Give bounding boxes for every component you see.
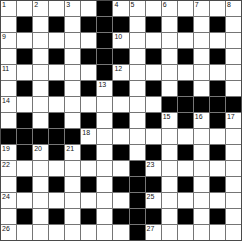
black-cell-r13c9 (146, 209, 161, 224)
black-cell-r5c7 (113, 81, 128, 96)
black-cell-r11c1 (17, 177, 32, 192)
black-cell-r7c7 (113, 113, 128, 128)
clue-number-25: 25 (147, 193, 155, 201)
white-cell-r8c7[interactable] (113, 129, 128, 144)
white-cell-r7c12[interactable]: 16 (194, 113, 209, 128)
white-cell-r10c1[interactable] (17, 161, 32, 176)
white-cell-r13c4[interactable] (65, 209, 80, 224)
white-cell-r14c5[interactable] (81, 225, 96, 240)
white-cell-r6c1[interactable] (17, 97, 32, 112)
clue-number-26: 26 (2, 225, 10, 233)
white-cell-r8c11[interactable] (178, 129, 193, 144)
black-cell-r11c8 (130, 177, 145, 192)
white-cell-r10c10[interactable] (162, 161, 177, 176)
clue-number-14: 14 (2, 97, 10, 105)
white-cell-r1c4[interactable] (65, 17, 80, 32)
black-cell-r11c3 (49, 177, 64, 192)
clue-number-19: 19 (2, 145, 10, 153)
black-cell-r0c6 (97, 1, 112, 16)
white-cell-r13c6[interactable] (97, 209, 112, 224)
clue-number-24: 24 (2, 193, 10, 201)
black-cell-r13c8 (130, 209, 145, 224)
black-cell-r5c11 (178, 81, 193, 96)
white-cell-r11c6[interactable] (97, 177, 112, 192)
black-cell-r3c1 (17, 49, 32, 64)
clue-number-23: 23 (147, 161, 155, 169)
black-cell-r13c13 (210, 209, 225, 224)
black-cell-r6c14 (226, 97, 241, 112)
black-cell-r5c1 (17, 81, 32, 96)
clue-number-21: 21 (66, 145, 74, 153)
white-cell-r8c13[interactable] (210, 129, 225, 144)
white-cell-r9c10[interactable] (162, 145, 177, 160)
white-cell-r12c3[interactable] (49, 193, 64, 208)
white-cell-r5c2[interactable] (33, 81, 48, 96)
clue-number-17: 17 (227, 113, 235, 121)
white-cell-r2c12[interactable] (194, 33, 209, 48)
white-cell-r12c6[interactable] (97, 193, 112, 208)
black-cell-r3c9 (146, 49, 161, 64)
white-cell-r8c5[interactable]: 18 (81, 129, 96, 144)
white-cell-r4c10[interactable] (162, 65, 177, 80)
white-cell-r11c4[interactable] (65, 177, 80, 192)
white-cell-r4c5[interactable] (81, 65, 96, 80)
black-cell-r1c6 (97, 17, 112, 32)
white-cell-r2c10[interactable] (162, 33, 177, 48)
black-cell-r6c12 (194, 97, 209, 112)
white-cell-r3c2[interactable] (33, 49, 48, 64)
white-cell-r10c7[interactable] (113, 161, 128, 176)
white-cell-r6c6[interactable] (97, 97, 112, 112)
white-cell-r8c6[interactable] (97, 129, 112, 144)
white-cell-r6c5[interactable] (81, 97, 96, 112)
white-cell-r9c12[interactable] (194, 145, 209, 160)
white-cell-r1c10[interactable] (162, 17, 177, 32)
black-cell-r13c7 (113, 209, 128, 224)
white-cell-r14c1[interactable] (17, 225, 32, 240)
white-cell-r5c4[interactable] (65, 81, 80, 96)
clue-number-27: 27 (147, 225, 155, 233)
white-cell-r14c2[interactable] (33, 225, 48, 240)
white-cell-r12c9[interactable]: 25 (146, 193, 161, 208)
black-cell-r9c5 (81, 145, 96, 160)
black-cell-r9c11 (178, 145, 193, 160)
clue-number-18: 18 (82, 129, 90, 137)
white-cell-r2c5[interactable] (81, 33, 96, 48)
white-cell-r0c2[interactable]: 2 (33, 1, 48, 16)
white-cell-r14c0[interactable]: 26 (1, 225, 16, 240)
clue-number-12: 12 (114, 65, 122, 73)
white-cell-r13c14[interactable] (226, 209, 241, 224)
white-cell-r12c1[interactable] (17, 193, 32, 208)
white-cell-r8c9[interactable] (146, 129, 161, 144)
black-cell-r5c5 (81, 81, 96, 96)
white-cell-r4c11[interactable] (178, 65, 193, 80)
white-cell-r0c12[interactable]: 7 (194, 1, 209, 16)
clue-number-5: 5 (131, 1, 135, 9)
black-cell-r4c6 (97, 65, 112, 80)
white-cell-r10c3[interactable] (49, 161, 64, 176)
black-cell-r13c11 (178, 209, 193, 224)
black-cell-r9c13 (210, 145, 225, 160)
white-cell-r14c11[interactable] (178, 225, 193, 240)
white-cell-r3c10[interactable] (162, 49, 177, 64)
white-cell-r8c8[interactable] (130, 129, 145, 144)
white-cell-r14c3[interactable] (49, 225, 64, 240)
white-cell-r5c14[interactable] (226, 81, 241, 96)
black-cell-r3c11 (178, 49, 193, 64)
white-cell-r1c14[interactable] (226, 17, 241, 32)
black-cell-r7c5 (81, 113, 96, 128)
clue-number-2: 2 (34, 1, 38, 9)
white-cell-r4c14[interactable] (226, 65, 241, 80)
black-cell-r10c8 (130, 161, 145, 176)
black-cell-r3c3 (49, 49, 64, 64)
white-cell-r5c8[interactable] (130, 81, 145, 96)
white-cell-r10c4[interactable] (65, 161, 80, 176)
black-cell-r9c1 (17, 145, 32, 160)
white-cell-r2c11[interactable] (178, 33, 193, 48)
white-cell-r0c11[interactable] (178, 1, 193, 16)
white-cell-r7c6[interactable] (97, 113, 112, 128)
white-cell-r0c7[interactable]: 4 (113, 1, 128, 16)
white-cell-r10c11[interactable] (178, 161, 193, 176)
black-cell-r11c9 (146, 177, 161, 192)
white-cell-r12c7[interactable] (113, 193, 128, 208)
white-cell-r3c4[interactable] (65, 49, 80, 64)
white-cell-r12c10[interactable] (162, 193, 177, 208)
white-cell-r4c0[interactable]: 11 (1, 65, 16, 80)
white-cell-r12c12[interactable] (194, 193, 209, 208)
white-cell-r0c8[interactable]: 5 (130, 1, 145, 16)
black-cell-r11c5 (81, 177, 96, 192)
black-cell-r3c7 (113, 49, 128, 64)
white-cell-r7c4[interactable] (65, 113, 80, 128)
black-cell-r1c11 (178, 17, 193, 32)
clue-number-7: 7 (195, 1, 199, 9)
black-cell-r6c13 (210, 97, 225, 112)
black-cell-r5c9 (146, 81, 161, 96)
white-cell-r11c14[interactable] (226, 177, 241, 192)
white-cell-r0c14[interactable]: 8 (226, 1, 241, 16)
white-cell-r6c3[interactable] (49, 97, 64, 112)
clue-number-10: 10 (114, 33, 122, 41)
white-cell-r2c7[interactable]: 10 (113, 33, 128, 48)
white-cell-r12c4[interactable] (65, 193, 80, 208)
white-cell-r11c0[interactable] (1, 177, 16, 192)
white-cell-r6c4[interactable] (65, 97, 80, 112)
clue-number-15: 15 (163, 113, 171, 121)
white-cell-r14c4[interactable] (65, 225, 80, 240)
white-cell-r10c2[interactable] (33, 161, 48, 176)
white-cell-r2c8[interactable] (130, 33, 145, 48)
white-cell-r4c13[interactable] (210, 65, 225, 80)
white-cell-r12c13[interactable] (210, 193, 225, 208)
black-cell-r2c6 (97, 33, 112, 48)
white-cell-r14c14[interactable] (226, 225, 241, 240)
white-cell-r4c1[interactable] (17, 65, 32, 80)
white-cell-r10c0[interactable]: 22 (1, 161, 16, 176)
black-cell-r1c9 (146, 17, 161, 32)
black-cell-r9c9 (146, 145, 161, 160)
white-cell-r0c9[interactable] (146, 1, 161, 16)
white-cell-r13c2[interactable] (33, 209, 48, 224)
white-cell-r7c8[interactable] (130, 113, 145, 128)
black-cell-r7c9 (146, 113, 161, 128)
black-cell-r7c13 (210, 113, 225, 128)
white-cell-r9c14[interactable] (226, 145, 241, 160)
clue-number-22: 22 (2, 161, 10, 169)
white-cell-r3c12[interactable] (194, 49, 209, 64)
white-cell-r8c12[interactable] (194, 129, 209, 144)
white-cell-r6c2[interactable] (33, 97, 48, 112)
black-cell-r1c7 (113, 17, 128, 32)
black-cell-r13c3 (49, 209, 64, 224)
white-cell-r9c8[interactable] (130, 145, 145, 160)
white-cell-r4c8[interactable] (130, 65, 145, 80)
white-cell-r11c12[interactable] (194, 177, 209, 192)
white-cell-r14c9[interactable]: 27 (146, 225, 161, 240)
black-cell-r1c13 (210, 17, 225, 32)
white-cell-r12c0[interactable]: 24 (1, 193, 16, 208)
white-cell-r2c13[interactable] (210, 33, 225, 48)
black-cell-r8c2 (33, 129, 48, 144)
white-cell-r0c4[interactable]: 3 (65, 1, 80, 16)
white-cell-r5c6[interactable]: 13 (97, 81, 112, 96)
white-cell-r3c0[interactable] (1, 49, 16, 64)
white-cell-r14c13[interactable] (210, 225, 225, 240)
white-cell-r1c2[interactable] (33, 17, 48, 32)
white-cell-r0c0[interactable]: 1 (1, 1, 16, 16)
white-cell-r2c9[interactable] (146, 33, 161, 48)
white-cell-r14c7[interactable] (113, 225, 128, 240)
white-cell-r0c5[interactable] (81, 1, 96, 16)
white-cell-r13c12[interactable] (194, 209, 209, 224)
black-cell-r11c11 (178, 177, 193, 192)
white-cell-r7c14[interactable]: 17 (226, 113, 241, 128)
crossword-board: 1234567891011121314151617181920212223242… (0, 0, 242, 241)
white-cell-r8c10[interactable] (162, 129, 177, 144)
white-cell-r5c12[interactable] (194, 81, 209, 96)
white-cell-r4c12[interactable] (194, 65, 209, 80)
white-cell-r9c4[interactable]: 21 (65, 145, 80, 160)
white-cell-r12c14[interactable] (226, 193, 241, 208)
white-cell-r4c2[interactable] (33, 65, 48, 80)
white-cell-r13c10[interactable] (162, 209, 177, 224)
white-cell-r8c14[interactable] (226, 129, 241, 144)
white-cell-r9c2[interactable]: 20 (33, 145, 48, 160)
white-cell-r12c11[interactable] (178, 193, 193, 208)
black-cell-r1c5 (81, 17, 96, 32)
white-cell-r1c0[interactable] (1, 17, 16, 32)
black-cell-r8c3 (49, 129, 64, 144)
white-cell-r11c2[interactable] (33, 177, 48, 192)
white-cell-r9c6[interactable] (97, 145, 112, 160)
black-cell-r1c3 (49, 17, 64, 32)
black-cell-r8c1 (17, 129, 32, 144)
white-cell-r6c9[interactable] (146, 97, 161, 112)
black-cell-r8c0 (1, 129, 16, 144)
clue-number-16: 16 (195, 113, 203, 121)
black-cell-r14c8 (130, 225, 145, 240)
black-cell-r3c13 (210, 49, 225, 64)
white-cell-r7c10[interactable]: 15 (162, 113, 177, 128)
black-cell-r3c5 (81, 49, 96, 64)
white-cell-r10c6[interactable] (97, 161, 112, 176)
black-cell-r3c6 (97, 49, 112, 64)
black-cell-r9c7 (113, 145, 128, 160)
white-cell-r5c0[interactable] (1, 81, 16, 96)
clue-number-8: 8 (227, 1, 231, 9)
black-cell-r11c13 (210, 177, 225, 192)
clue-number-3: 3 (66, 1, 70, 9)
white-cell-r6c8[interactable] (130, 97, 145, 112)
clue-number-13: 13 (98, 81, 106, 89)
white-cell-r2c2[interactable] (33, 33, 48, 48)
white-cell-r10c9[interactable]: 23 (146, 161, 161, 176)
white-cell-r6c0[interactable]: 14 (1, 97, 16, 112)
white-cell-r10c5[interactable] (81, 161, 96, 176)
white-cell-r2c0[interactable]: 9 (1, 33, 16, 48)
black-cell-r12c8 (130, 193, 145, 208)
white-cell-r13c0[interactable] (1, 209, 16, 224)
white-cell-r0c10[interactable]: 6 (162, 1, 177, 16)
white-cell-r1c12[interactable] (194, 17, 209, 32)
white-cell-r11c10[interactable] (162, 177, 177, 192)
white-cell-r0c13[interactable] (210, 1, 225, 16)
black-cell-r5c13 (210, 81, 225, 96)
black-cell-r5c3 (49, 81, 64, 96)
white-cell-r0c3[interactable] (49, 1, 64, 16)
black-cell-r6c11 (178, 97, 193, 112)
black-cell-r11c7 (113, 177, 128, 192)
clue-number-1: 1 (2, 1, 6, 9)
white-cell-r5c10[interactable] (162, 81, 177, 96)
white-cell-r14c6[interactable] (97, 225, 112, 240)
white-cell-r7c0[interactable] (1, 113, 16, 128)
white-cell-r1c8[interactable] (130, 17, 145, 32)
white-cell-r3c8[interactable] (130, 49, 145, 64)
white-cell-r2c1[interactable] (17, 33, 32, 48)
white-cell-r2c3[interactable] (49, 33, 64, 48)
black-cell-r8c4 (65, 129, 80, 144)
black-cell-r13c1 (17, 209, 32, 224)
black-cell-r9c3 (49, 145, 64, 160)
clue-number-4: 4 (114, 1, 118, 9)
white-cell-r10c14[interactable] (226, 161, 241, 176)
black-cell-r7c11 (178, 113, 193, 128)
black-cell-r6c10 (162, 97, 177, 112)
white-cell-r4c7[interactable]: 12 (113, 65, 128, 80)
clue-number-11: 11 (2, 65, 9, 73)
white-cell-r12c5[interactable] (81, 193, 96, 208)
white-cell-r10c13[interactable] (210, 161, 225, 176)
black-cell-r7c1 (17, 113, 32, 128)
white-cell-r9c0[interactable]: 19 (1, 145, 16, 160)
white-cell-r10c12[interactable] (194, 161, 209, 176)
clue-number-9: 9 (2, 33, 6, 41)
white-cell-r4c4[interactable] (65, 65, 80, 80)
white-cell-r2c4[interactable] (65, 33, 80, 48)
white-cell-r6c7[interactable] (113, 97, 128, 112)
black-cell-r13c5 (81, 209, 96, 224)
white-cell-r2c14[interactable] (226, 33, 241, 48)
white-cell-r0c1[interactable] (17, 1, 32, 16)
white-cell-r3c14[interactable] (226, 49, 241, 64)
white-cell-r14c10[interactable] (162, 225, 177, 240)
black-cell-r7c3 (49, 113, 64, 128)
black-cell-r1c1 (17, 17, 32, 32)
white-cell-r4c3[interactable] (49, 65, 64, 80)
white-cell-r14c12[interactable] (194, 225, 209, 240)
white-cell-r12c2[interactable] (33, 193, 48, 208)
white-cell-r4c9[interactable] (146, 65, 161, 80)
white-cell-r7c2[interactable] (33, 113, 48, 128)
clue-number-6: 6 (163, 1, 167, 9)
clue-number-20: 20 (34, 145, 42, 153)
